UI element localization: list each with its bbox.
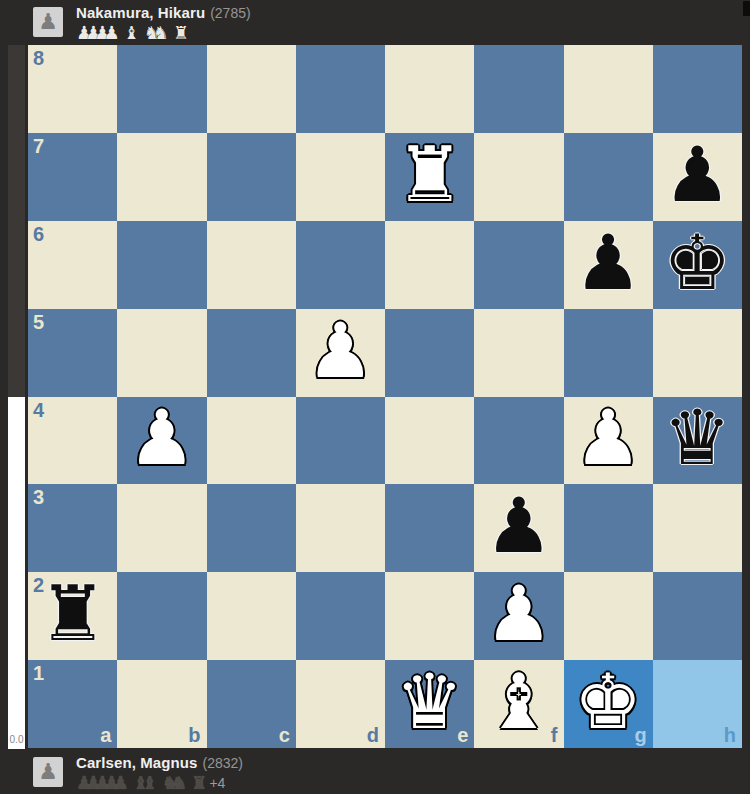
square-c2[interactable] [207, 572, 296, 660]
material-advantage: +4 [209, 776, 225, 790]
avatar-bottom[interactable]: ♟ [33, 757, 63, 787]
square-g4[interactable]: ♟ [564, 397, 653, 485]
captured-pawn-group: ♟♟♟♟ [76, 24, 113, 42]
square-c4[interactable] [207, 397, 296, 485]
player-name-bottom[interactable]: Carlsen, Magnus [76, 754, 198, 771]
rank-label-5: 5 [33, 312, 44, 332]
file-label-b: b [188, 725, 200, 745]
file-label-c: c [279, 725, 290, 745]
square-f4[interactable] [474, 397, 563, 485]
square-e2[interactable] [385, 572, 474, 660]
square-b2[interactable] [117, 572, 206, 660]
square-f2[interactable]: ♟ [474, 572, 563, 660]
file-label-d: d [367, 725, 379, 745]
square-b6[interactable] [117, 221, 206, 309]
square-d1[interactable]: d [296, 660, 385, 748]
rank-label-1: 1 [33, 663, 44, 683]
chess-board: 87♜♟6♟♚5♟4♟♟♛3♟2♜♟1abcde♛f♝g♚h [28, 45, 742, 748]
square-d5[interactable]: ♟ [296, 309, 385, 397]
square-f7[interactable] [474, 133, 563, 221]
rank-label-6: 6 [33, 224, 44, 244]
captured-bishop-group: ♝ [124, 24, 133, 42]
square-a1[interactable]: 1a [28, 660, 117, 748]
captured-bishop-group: ♝♝ [133, 774, 151, 792]
square-c7[interactable] [207, 133, 296, 221]
file-label-h: h [724, 725, 736, 745]
square-h2[interactable] [653, 572, 742, 660]
piece-black-king-h6[interactable]: ♚ [653, 221, 742, 309]
square-e1[interactable]: e♛ [385, 660, 474, 748]
rank-label-7: 7 [33, 136, 44, 156]
square-f8[interactable] [474, 45, 563, 133]
piece-black-pawn-f3[interactable]: ♟ [474, 484, 563, 572]
square-c5[interactable] [207, 309, 296, 397]
piece-white-king-g1[interactable]: ♚ [564, 660, 653, 748]
rank-label-8: 8 [33, 48, 44, 68]
square-a8[interactable]: 8 [28, 45, 117, 133]
player-bar-top: ♟ Nakamura, Hikaru(2785) ♟♟♟♟♝♞♞♜ [0, 0, 750, 45]
square-c1[interactable]: c [207, 660, 296, 748]
file-label-a: a [100, 725, 111, 745]
square-g7[interactable] [564, 133, 653, 221]
player-bar-bottom: ♟ Carlsen, Magnus(2832) ♟♟♟♟♟♝♝♞♞♜+4 [0, 750, 750, 794]
player-rating-top: (2785) [210, 5, 250, 21]
piece-black-pawn-g6[interactable]: ♟ [564, 221, 653, 309]
square-d7[interactable] [296, 133, 385, 221]
captured-pawn-group: ♟♟♟♟♟ [76, 774, 122, 792]
square-b7[interactable] [117, 133, 206, 221]
square-h5[interactable] [653, 309, 742, 397]
player-name-top[interactable]: Nakamura, Hikaru [76, 4, 205, 21]
captured-knight-group: ♞♞ [144, 24, 162, 42]
square-h7[interactable]: ♟ [653, 133, 742, 221]
square-c3[interactable] [207, 484, 296, 572]
square-e3[interactable] [385, 484, 474, 572]
square-e4[interactable] [385, 397, 474, 485]
player-name-line-top: Nakamura, Hikaru(2785) [76, 4, 251, 22]
square-e7[interactable]: ♜ [385, 133, 474, 221]
square-c8[interactable] [207, 45, 296, 133]
square-c6[interactable] [207, 221, 296, 309]
square-f3[interactable]: ♟ [474, 484, 563, 572]
square-a6[interactable]: 6 [28, 221, 117, 309]
square-d6[interactable] [296, 221, 385, 309]
top-right-glyph [743, 1, 750, 16]
captured-pieces-bottom: ♟♟♟♟♟♝♝♞♞♜+4 [76, 773, 243, 793]
square-f5[interactable] [474, 309, 563, 397]
captured-rook-group: ♜ [191, 774, 200, 792]
player-name-line-bottom: Carlsen, Magnus(2832) [76, 754, 243, 772]
square-d4[interactable] [296, 397, 385, 485]
player-rating-bottom: (2832) [203, 755, 243, 771]
square-b4[interactable]: ♟ [117, 397, 206, 485]
square-h3[interactable] [653, 484, 742, 572]
square-a5[interactable]: 5 [28, 309, 117, 397]
captured-rook-group: ♜ [173, 24, 182, 42]
square-e6[interactable] [385, 221, 474, 309]
piece-black-pawn-h7[interactable]: ♟ [653, 133, 742, 221]
piece-white-pawn-b4[interactable]: ♟ [117, 397, 206, 485]
eval-bar-white-portion: 0.0 [8, 397, 25, 749]
piece-black-queen-h4[interactable]: ♛ [653, 397, 742, 485]
square-b3[interactable] [117, 484, 206, 572]
square-g1[interactable]: g♚ [564, 660, 653, 748]
avatar-top[interactable]: ♟ [33, 7, 63, 37]
square-b5[interactable] [117, 309, 206, 397]
rank-label-4: 4 [33, 400, 44, 420]
square-g2[interactable] [564, 572, 653, 660]
square-d2[interactable] [296, 572, 385, 660]
piece-white-queen-e1[interactable]: ♛ [385, 660, 474, 748]
square-e8[interactable] [385, 45, 474, 133]
square-g6[interactable]: ♟ [564, 221, 653, 309]
square-g3[interactable] [564, 484, 653, 572]
square-g8[interactable] [564, 45, 653, 133]
piece-black-rook-a2[interactable]: ♜ [28, 572, 117, 660]
captured-knight-group: ♞♞ [162, 774, 180, 792]
rank-label-3: 3 [33, 487, 44, 507]
piece-white-bishop-f1[interactable]: ♝ [474, 660, 563, 748]
square-a4[interactable]: 4 [28, 397, 117, 485]
square-f6[interactable] [474, 221, 563, 309]
square-b1[interactable]: b [117, 660, 206, 748]
square-h4[interactable]: ♛ [653, 397, 742, 485]
piece-white-pawn-g4[interactable]: ♟ [564, 397, 653, 485]
eval-value: 0.0 [8, 734, 25, 745]
square-d3[interactable] [296, 484, 385, 572]
square-h1[interactable]: h [653, 660, 742, 748]
square-e5[interactable] [385, 309, 474, 397]
captured-pieces-top: ♟♟♟♟♝♞♞♜ [76, 23, 251, 43]
square-h8[interactable] [653, 45, 742, 133]
square-a7[interactable]: 7 [28, 133, 117, 221]
eval-bar: 0.0 [8, 45, 25, 749]
square-h6[interactable]: ♚ [653, 221, 742, 309]
square-a3[interactable]: 3 [28, 484, 117, 572]
square-f1[interactable]: f♝ [474, 660, 563, 748]
square-d8[interactable] [296, 45, 385, 133]
square-a2[interactable]: 2♜ [28, 572, 117, 660]
piece-white-pawn-d5[interactable]: ♟ [296, 309, 385, 397]
square-b8[interactable] [117, 45, 206, 133]
piece-white-rook-e7[interactable]: ♜ [385, 133, 474, 221]
piece-white-pawn-f2[interactable]: ♟ [474, 572, 563, 660]
square-g5[interactable] [564, 309, 653, 397]
